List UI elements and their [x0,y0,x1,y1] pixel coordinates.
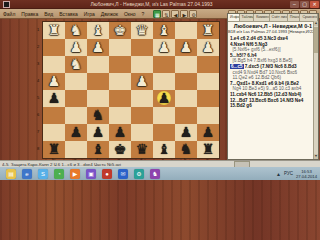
square-f6[interactable]: ♞ [87,107,109,124]
square-d3[interactable] [131,56,153,73]
skype-icon[interactable]: S [38,169,48,179]
rank-label-1: 1 [35,21,41,38]
square-c8[interactable]: ♝ [153,141,175,158]
app-icon [3,1,10,8]
chess-app-icon[interactable]: ♞ [150,169,160,179]
photos-icon[interactable]: ▣ [86,169,96,179]
tab-Сравнение[interactable]: Сравнение [300,14,318,21]
notation-line[interactable]: 15.Bd2 g6 [230,103,312,109]
title-bar: Любоевич,Л - Неведжи,М, и/з Las Palmas 2… [0,0,320,9]
black-pawn-g7[interactable]: ♟ [65,124,87,141]
white-knight-g1[interactable]: ♞ [65,22,87,39]
square-e2[interactable] [109,39,131,56]
black-pawn-h5[interactable]: ♟ [43,90,65,107]
square-c5[interactable]: ♟ [153,90,175,107]
game-subheader: B18 и/з Las Palmas 27.04.1993 [Немцев,И/… [228,29,318,34]
square-e6[interactable] [109,107,131,124]
square-h5[interactable]: ♟ [43,90,65,107]
square-f2[interactable]: ♟ [87,39,109,56]
white-bishop-f1[interactable]: ♝ [87,22,109,39]
rank-label-4: 4 [35,72,41,89]
square-d8[interactable]: ♛ [131,141,153,158]
square-a6[interactable] [197,107,219,124]
language-indicator[interactable]: РУС [284,171,293,176]
menu-item-Игра[interactable]: Игра [84,11,95,17]
notation-panel: ИнфоТаблицаКоммент.Счёт линийПланыСравне… [227,13,319,160]
rank-label-7: 7 [35,123,41,140]
status-text: 4-5. Защита Каро-Канн 2 Ч.6 1...c6 и 3..… [2,162,234,167]
white-queen-d1[interactable]: ♛ [131,22,153,39]
black-queen-d8[interactable]: ♛ [131,141,153,158]
black-rook-a8[interactable]: ♜ [197,141,219,158]
square-h2[interactable] [43,39,65,56]
white-pawn-d4[interactable]: ♟ [131,73,153,90]
square-b1[interactable] [175,22,197,39]
notation-line[interactable]: 11.cxb4 Nc6 12.Bb5 (12.d3 Nxb4) [230,92,312,98]
black-bishop-f8[interactable]: ♝ [87,141,109,158]
rank-label-3: 3 [35,55,41,72]
menu-item-Окно[interactable]: Окно [124,11,136,17]
menu-item-Вставка[interactable]: Вставка [59,11,78,17]
folder-icon[interactable]: ▤ [6,169,16,179]
tab-Планы[interactable]: Планы [288,14,301,21]
square-a7[interactable]: ♟ [197,124,219,141]
square-c6[interactable] [153,107,175,124]
status-bar: 4-5. Защита Каро-Канн 2 Ч.6 1...c6 и 3..… [0,160,320,167]
white-rook-a1[interactable]: ♜ [197,22,219,39]
white-pawn-g2[interactable]: ♟ [65,39,87,56]
square-g2[interactable]: ♟ [65,39,87,56]
black-pawn-b7[interactable]: ♟ [175,124,197,141]
square-e7[interactable]: ♟ [109,124,131,141]
white-pawn-a2[interactable]: ♟ [197,39,219,56]
scroll-up-icon[interactable]: ▲ [314,21,318,26]
chess-board[interactable]: ♜♞♝♚♛♝♜♟♟♟♟♟♞♟♟♟♟♞♟♟♟♟♟♜♝♚♛♝♞♜ [42,21,220,159]
rank-label-5: 5 [35,89,41,106]
white-knight-g3[interactable]: ♞ [65,56,87,73]
square-c4[interactable] [153,73,175,90]
scroll-down-icon[interactable]: ▼ [314,154,318,159]
square-h1[interactable]: ♜ [43,22,65,39]
white-rook-h1[interactable]: ♜ [43,22,65,39]
menu-item-?[interactable]: ? [142,11,145,17]
black-rook-h8[interactable]: ♜ [43,141,65,158]
square-d5[interactable] [131,90,153,107]
square-g1[interactable]: ♞ [65,22,87,39]
square-f8[interactable]: ♝ [87,141,109,158]
square-h7[interactable] [43,124,65,141]
square-e5[interactable] [109,90,131,107]
square-g4[interactable] [65,73,87,90]
tray-date: 27.04.2014 [296,174,317,179]
minimize-button[interactable]: – [290,1,299,8]
black-pawn-c5[interactable]: ♟ [153,90,175,107]
square-h3[interactable] [43,56,65,73]
clock[interactable]: 16:53 27.04.2014 [296,169,317,179]
black-king-e8[interactable]: ♚ [109,141,131,158]
square-f4[interactable] [87,73,109,90]
square-c1[interactable]: ♝ [153,22,175,39]
tab-Коммент.[interactable]: Коммент. [254,14,269,21]
square-d6[interactable] [131,107,153,124]
square-f1[interactable]: ♝ [87,22,109,39]
settings-icon[interactable]: ⚙ [134,169,144,179]
menu-items: ФайлПравкаВидВставкаИграДвижокОкно? [0,11,147,17]
square-a1[interactable]: ♜ [197,22,219,39]
square-g6[interactable] [65,107,87,124]
mail-icon[interactable]: ✉ [118,169,128,179]
square-b6[interactable] [175,107,197,124]
square-e3[interactable] [109,56,131,73]
square-f7[interactable]: ♟ [87,124,109,141]
square-d4[interactable]: ♟ [131,73,153,90]
recorder-icon[interactable]: ● [102,169,112,179]
square-d1[interactable]: ♛ [131,22,153,39]
black-bishop-c8[interactable]: ♝ [153,141,175,158]
square-e1[interactable]: ♚ [109,22,131,39]
rank-labels: 12345678 [35,21,41,157]
square-b8[interactable]: ♞ [175,141,197,158]
square-d7[interactable] [131,124,153,141]
square-c7[interactable] [153,124,175,141]
square-a4[interactable] [197,73,219,90]
white-pawn-f2[interactable]: ♟ [87,39,109,56]
browser-e-icon[interactable]: e [22,169,32,179]
tab-Инфо[interactable]: Инфо [228,14,240,21]
white-king-e1[interactable]: ♚ [109,22,131,39]
close-button[interactable]: ✕ [310,1,319,8]
square-g5[interactable] [65,90,87,107]
square-a8[interactable]: ♜ [197,141,219,158]
menu-item-Движок[interactable]: Движок [101,11,118,17]
maximize-button[interactable]: ▢ [300,1,309,8]
tab-Счёт линий[interactable]: Счёт линий [270,14,288,21]
square-e8[interactable]: ♚ [109,141,131,158]
black-pawn-e7[interactable]: ♟ [109,124,131,141]
square-g8[interactable] [65,141,87,158]
chrome-icon[interactable]: ◔ [54,169,64,179]
move-forward-icon[interactable]: ▶ [180,10,188,18]
square-f3[interactable] [87,56,109,73]
square-a3[interactable] [197,56,219,73]
square-h4[interactable]: ♟ [43,73,65,90]
toolbar-group-a: ▦⇅◀▶⚙ [153,10,198,18]
square-g3[interactable]: ♞ [65,56,87,73]
rank-label-2: 2 [35,38,41,55]
move-back-icon[interactable]: ◀ [171,10,179,18]
square-b4[interactable] [175,73,197,90]
rank-label-6: 6 [35,106,41,123]
black-knight-b8[interactable]: ♞ [175,141,197,158]
tab-Таблица[interactable]: Таблица [240,14,255,21]
scroll-thumb[interactable] [314,27,318,53]
windows-taskbar: ▤eS◔▶▣●✉⚙♞ ▲ РУС 16:53 27.04.2014 [0,167,320,180]
white-pawn-b2[interactable]: ♟ [175,39,197,56]
tray-chevron-icon[interactable]: ▲ [276,171,281,177]
square-b7[interactable]: ♟ [175,124,197,141]
notation-tabs: ИнфоТаблицаКоммент.Счёт линийПланыСравне… [228,14,318,22]
window-title: Любоевич,Л - Неведжи,М, и/з Las Palmas 2… [13,1,290,7]
square-d2[interactable] [131,39,153,56]
square-h8[interactable]: ♜ [43,141,65,158]
square-c2[interactable]: ♟ [153,39,175,56]
square-b2[interactable]: ♟ [175,39,197,56]
square-b5[interactable] [175,90,197,107]
square-e4[interactable] [109,73,131,90]
flip-board-icon[interactable]: ⇅ [162,10,170,18]
square-a2[interactable]: ♟ [197,39,219,56]
move-list[interactable]: 1.e4 c6 2.d4 d5 3.Nc3 dxe44.Nxe4 Nf6 5.N… [230,36,312,157]
engine-icon[interactable]: ⚙ [189,10,197,18]
taskbar-icons: ▤eS◔▶▣●✉⚙♞ [0,169,160,179]
white-bishop-c1[interactable]: ♝ [153,22,175,39]
square-g7[interactable]: ♟ [65,124,87,141]
desktop: { "game": "chess", "position": { "fen": … [0,0,320,180]
black-pawn-a7[interactable]: ♟ [197,124,219,141]
black-pawn-f7[interactable]: ♟ [87,124,109,141]
square-b3[interactable] [175,56,197,73]
square-f5[interactable] [87,90,109,107]
black-knight-f6[interactable]: ♞ [87,107,109,124]
white-pawn-h4[interactable]: ♟ [43,73,65,90]
rank-label-8: 8 [35,140,41,157]
system-tray: ▲ РУС 16:53 27.04.2014 [276,169,320,179]
current-move-highlight[interactable]: 6...c5 [230,64,244,69]
square-h6[interactable] [43,107,65,124]
square-a5[interactable] [197,90,219,107]
new-board-icon[interactable]: ▦ [153,10,161,18]
menu-item-Вид[interactable]: Вид [44,11,53,17]
square-c3[interactable] [153,56,175,73]
notation-scrollbar[interactable]: ▲ ▼ [313,21,318,159]
menu-item-Файл[interactable]: Файл [3,11,15,17]
media-player-icon[interactable]: ▶ [70,169,80,179]
white-pawn-c2[interactable]: ♟ [153,39,175,56]
menu-item-Правка[interactable]: Правка [21,11,38,17]
